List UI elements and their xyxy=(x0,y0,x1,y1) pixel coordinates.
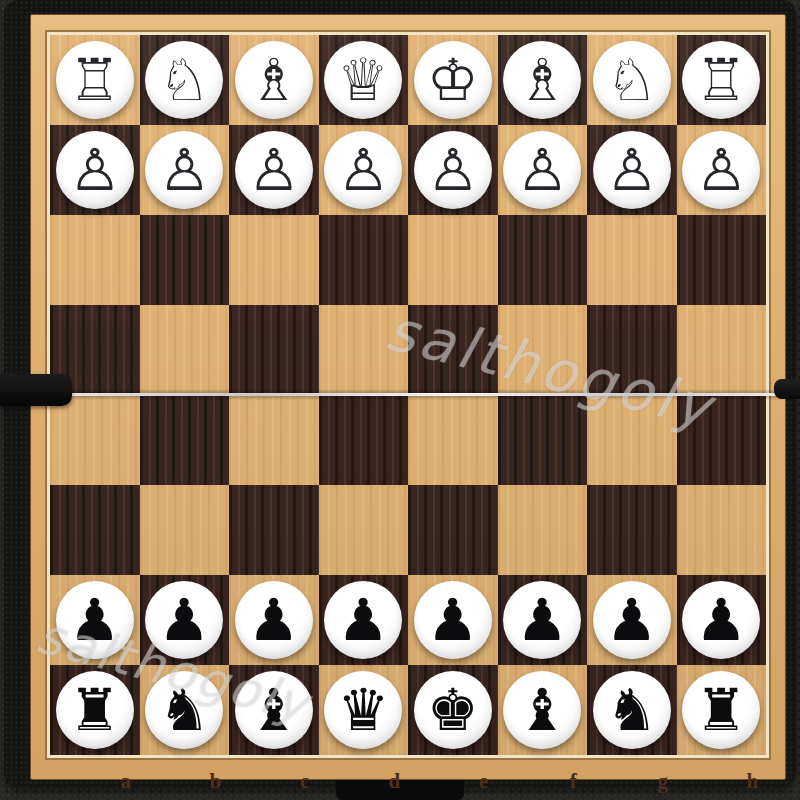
square-e5[interactable] xyxy=(408,305,498,395)
piece-black-king[interactable]: ♚ xyxy=(414,671,492,749)
square-a7[interactable]: ♙ xyxy=(50,125,140,215)
white-pawn-glyph: ♙ xyxy=(695,135,747,205)
piece-white-pawn[interactable]: ♙ xyxy=(56,131,134,209)
square-e3[interactable] xyxy=(408,485,498,575)
square-a1[interactable]: ♜ xyxy=(50,665,140,755)
square-a3[interactable] xyxy=(50,485,140,575)
white-pawn-glyph: ♙ xyxy=(248,135,300,205)
square-f4[interactable] xyxy=(498,395,588,485)
white-rook-glyph: ♖ xyxy=(695,45,747,115)
white-bishop-glyph: ♗ xyxy=(516,45,568,115)
white-pawn-glyph: ♙ xyxy=(606,135,658,205)
black-pawn-glyph: ♟ xyxy=(337,585,389,655)
fold-seam xyxy=(30,393,784,396)
square-a2[interactable]: ♟ xyxy=(50,575,140,665)
square-c2[interactable]: ♟ xyxy=(229,575,319,665)
square-h6[interactable] xyxy=(677,215,767,305)
hinge-right xyxy=(774,379,800,399)
white-knight-glyph: ♘ xyxy=(158,45,210,115)
hinge-left xyxy=(0,374,72,406)
square-d1[interactable]: ♛ xyxy=(319,665,409,755)
black-pawn-glyph: ♟ xyxy=(516,585,568,655)
square-g7[interactable]: ♙ xyxy=(587,125,677,215)
square-g8[interactable]: ♘ xyxy=(587,35,677,125)
black-bishop-glyph: ♝ xyxy=(248,675,300,745)
square-a6[interactable] xyxy=(50,215,140,305)
piece-white-pawn[interactable]: ♙ xyxy=(593,131,671,209)
file-label-c: c xyxy=(260,771,350,792)
piece-black-pawn[interactable]: ♟ xyxy=(324,581,402,659)
piece-black-pawn[interactable]: ♟ xyxy=(593,581,671,659)
square-e8[interactable]: ♔ xyxy=(408,35,498,125)
square-d4[interactable] xyxy=(319,395,409,485)
square-h2[interactable]: ♟ xyxy=(677,575,767,665)
black-pawn-glyph: ♟ xyxy=(69,585,121,655)
black-knight-glyph: ♞ xyxy=(158,675,210,745)
square-e7[interactable]: ♙ xyxy=(408,125,498,215)
piece-white-pawn[interactable]: ♙ xyxy=(324,131,402,209)
square-c5[interactable] xyxy=(229,305,319,395)
piece-white-pawn[interactable]: ♙ xyxy=(145,131,223,209)
file-label-g: g xyxy=(618,771,708,792)
square-b8[interactable]: ♘ xyxy=(140,35,230,125)
square-d8[interactable]: ♕ xyxy=(319,35,409,125)
white-pawn-glyph: ♙ xyxy=(158,135,210,205)
square-f8[interactable]: ♗ xyxy=(498,35,588,125)
square-h7[interactable]: ♙ xyxy=(677,125,767,215)
black-pawn-glyph: ♟ xyxy=(695,585,747,655)
square-f7[interactable]: ♙ xyxy=(498,125,588,215)
square-b5[interactable] xyxy=(140,305,230,395)
file-label-d: d xyxy=(350,771,440,792)
file-label-b: b xyxy=(171,771,261,792)
square-b2[interactable]: ♟ xyxy=(140,575,230,665)
black-pawn-glyph: ♟ xyxy=(158,585,210,655)
black-king-glyph: ♚ xyxy=(427,675,479,745)
piece-white-bishop[interactable]: ♗ xyxy=(503,41,581,119)
white-pawn-glyph: ♙ xyxy=(427,135,479,205)
piece-black-pawn[interactable]: ♟ xyxy=(682,581,760,659)
white-bishop-glyph: ♗ xyxy=(248,45,300,115)
square-f5[interactable] xyxy=(498,305,588,395)
square-d5[interactable] xyxy=(319,305,409,395)
square-e6[interactable] xyxy=(408,215,498,305)
square-g6[interactable] xyxy=(587,215,677,305)
piece-black-knight[interactable]: ♞ xyxy=(145,671,223,749)
square-a8[interactable]: ♖ xyxy=(50,35,140,125)
white-pawn-glyph: ♙ xyxy=(516,135,568,205)
piece-white-rook[interactable]: ♖ xyxy=(56,41,134,119)
square-d6[interactable] xyxy=(319,215,409,305)
square-h8[interactable]: ♖ xyxy=(677,35,767,125)
square-h3[interactable] xyxy=(677,485,767,575)
black-queen-glyph: ♛ xyxy=(337,675,389,745)
black-bishop-glyph: ♝ xyxy=(516,675,568,745)
white-queen-glyph: ♕ xyxy=(337,45,389,115)
white-knight-glyph: ♘ xyxy=(606,45,658,115)
white-rook-glyph: ♖ xyxy=(69,45,121,115)
square-g3[interactable] xyxy=(587,485,677,575)
square-f6[interactable] xyxy=(498,215,588,305)
square-b3[interactable] xyxy=(140,485,230,575)
black-pawn-glyph: ♟ xyxy=(606,585,658,655)
square-e2[interactable]: ♟ xyxy=(408,575,498,665)
square-b7[interactable]: ♙ xyxy=(140,125,230,215)
piece-black-pawn[interactable]: ♟ xyxy=(56,581,134,659)
piece-white-bishop[interactable]: ♗ xyxy=(235,41,313,119)
square-c7[interactable]: ♙ xyxy=(229,125,319,215)
square-h1[interactable]: ♜ xyxy=(677,665,767,755)
file-label-f: f xyxy=(529,771,619,792)
piece-black-bishop[interactable]: ♝ xyxy=(235,671,313,749)
square-d7[interactable]: ♙ xyxy=(319,125,409,215)
white-pawn-glyph: ♙ xyxy=(337,135,389,205)
piece-white-pawn[interactable]: ♙ xyxy=(414,131,492,209)
black-rook-glyph: ♜ xyxy=(69,675,121,745)
piece-black-pawn[interactable]: ♟ xyxy=(145,581,223,659)
piece-black-rook[interactable]: ♜ xyxy=(56,671,134,749)
square-b4[interactable] xyxy=(140,395,230,485)
square-f1[interactable]: ♝ xyxy=(498,665,588,755)
square-c8[interactable]: ♗ xyxy=(229,35,319,125)
square-f3[interactable] xyxy=(498,485,588,575)
black-knight-glyph: ♞ xyxy=(606,675,658,745)
piece-black-pawn[interactable]: ♟ xyxy=(235,581,313,659)
square-h5[interactable] xyxy=(677,305,767,395)
piece-white-knight[interactable]: ♘ xyxy=(593,41,671,119)
piece-white-pawn[interactable]: ♙ xyxy=(503,131,581,209)
square-g2[interactable]: ♟ xyxy=(587,575,677,665)
square-g1[interactable]: ♞ xyxy=(587,665,677,755)
square-b1[interactable]: ♞ xyxy=(140,665,230,755)
square-c4[interactable] xyxy=(229,395,319,485)
square-b6[interactable] xyxy=(140,215,230,305)
square-f2[interactable]: ♟ xyxy=(498,575,588,665)
square-c3[interactable] xyxy=(229,485,319,575)
black-pawn-glyph: ♟ xyxy=(427,585,479,655)
product-photo: 87654321 abcdefgh ♖♘♗♕♔♗♘♖♙♙♙♙♙♙♙♙♟♟♟♟♟♟… xyxy=(0,0,800,800)
piece-white-rook[interactable]: ♖ xyxy=(682,41,760,119)
square-e4[interactable] xyxy=(408,395,498,485)
square-h4[interactable] xyxy=(677,395,767,485)
piece-white-queen[interactable]: ♕ xyxy=(324,41,402,119)
square-g5[interactable] xyxy=(587,305,677,395)
piece-black-queen[interactable]: ♛ xyxy=(324,671,402,749)
piece-white-king[interactable]: ♔ xyxy=(414,41,492,119)
black-rook-glyph: ♜ xyxy=(695,675,747,745)
square-e1[interactable]: ♚ xyxy=(408,665,498,755)
piece-white-pawn[interactable]: ♙ xyxy=(235,131,313,209)
piece-black-bishop[interactable]: ♝ xyxy=(503,671,581,749)
piece-white-knight[interactable]: ♘ xyxy=(145,41,223,119)
file-label-h: h xyxy=(708,771,798,792)
square-c1[interactable]: ♝ xyxy=(229,665,319,755)
white-king-glyph: ♔ xyxy=(427,45,479,115)
file-label-e: e xyxy=(439,771,529,792)
square-d3[interactable] xyxy=(319,485,409,575)
piece-black-rook[interactable]: ♜ xyxy=(682,671,760,749)
square-d2[interactable]: ♟ xyxy=(319,575,409,665)
piece-black-knight[interactable]: ♞ xyxy=(593,671,671,749)
file-labels: abcdefgh xyxy=(81,771,797,792)
piece-black-pawn[interactable]: ♟ xyxy=(503,581,581,659)
black-pawn-glyph: ♟ xyxy=(248,585,300,655)
white-pawn-glyph: ♙ xyxy=(69,135,121,205)
square-g4[interactable] xyxy=(587,395,677,485)
file-label-a: a xyxy=(81,771,171,792)
piece-black-pawn[interactable]: ♟ xyxy=(414,581,492,659)
piece-white-pawn[interactable]: ♙ xyxy=(682,131,760,209)
square-a4[interactable] xyxy=(50,395,140,485)
square-c6[interactable] xyxy=(229,215,319,305)
